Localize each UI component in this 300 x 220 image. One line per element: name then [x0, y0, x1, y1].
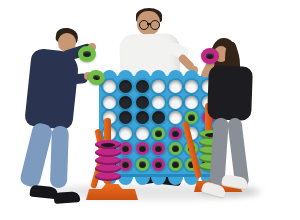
held-magenta-disc: [201, 48, 219, 64]
left-player-leg-back: [50, 126, 69, 189]
held-green-disc-1: [78, 46, 96, 62]
left-player-leg-front: [19, 122, 54, 189]
left-player-shoe-back: [54, 191, 81, 204]
right-player-torso: [207, 65, 253, 121]
product-photo-giant-connect-four: [0, 0, 300, 220]
